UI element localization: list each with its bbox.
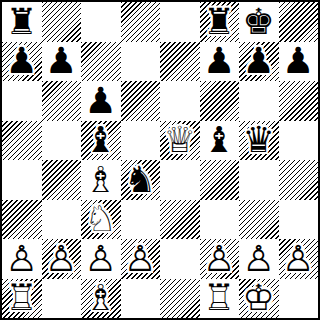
square-e5[interactable]: ♛♕ <box>160 121 200 161</box>
white-knight-piece[interactable]: ♞♘ <box>81 200 121 240</box>
square-c8[interactable] <box>81 2 121 42</box>
black-knight-glyph: ♞ <box>124 162 156 198</box>
square-b4[interactable] <box>42 160 82 200</box>
white-king-glyph: ♔ <box>243 280 275 316</box>
white-rook-glyph: ♖ <box>203 280 235 316</box>
square-e8[interactable] <box>160 2 200 42</box>
white-pawn-piece[interactable]: ♟♙ <box>42 239 82 279</box>
black-pawn-piece[interactable]: ♟ <box>200 42 240 82</box>
square-f1[interactable]: ♜♖ <box>200 279 240 319</box>
white-knight-glyph: ♘ <box>85 201 117 237</box>
black-pawn-glyph: ♟ <box>85 83 117 119</box>
white-bishop-glyph: ♗ <box>85 280 117 316</box>
square-c6[interactable]: ♟ <box>81 81 121 121</box>
square-e4[interactable] <box>160 160 200 200</box>
square-g8[interactable]: ♚ <box>239 2 279 42</box>
black-pawn-glyph: ♟ <box>203 43 235 79</box>
white-pawn-piece[interactable]: ♟♙ <box>2 239 42 279</box>
square-e6[interactable] <box>160 81 200 121</box>
square-d6[interactable] <box>121 81 161 121</box>
square-g6[interactable] <box>239 81 279 121</box>
white-pawn-piece[interactable]: ♟♙ <box>239 239 279 279</box>
square-b7[interactable]: ♟ <box>42 42 82 82</box>
square-a8[interactable]: ♜ <box>2 2 42 42</box>
black-bishop-piece[interactable]: ♝ <box>81 121 121 161</box>
square-e3[interactable] <box>160 200 200 240</box>
black-queen-glyph: ♛ <box>243 122 275 158</box>
square-b2[interactable]: ♟♙ <box>42 239 82 279</box>
square-g1[interactable]: ♚♔ <box>239 279 279 319</box>
black-king-piece[interactable]: ♚ <box>239 2 279 42</box>
black-pawn-piece[interactable]: ♟ <box>279 42 319 82</box>
square-f7[interactable]: ♟ <box>200 42 240 82</box>
square-a4[interactable] <box>2 160 42 200</box>
white-pawn-glyph: ♙ <box>124 241 156 277</box>
square-c3[interactable]: ♞♘ <box>81 200 121 240</box>
square-d5[interactable] <box>121 121 161 161</box>
white-rook-piece[interactable]: ♜♖ <box>2 279 42 319</box>
chess-board: ♜♜♚♟♟♟♟♟♟♝♛♕♝♛♝♗♞♞♘♟♙♟♙♟♙♟♙♟♙♟♙♟♙♜♖♝♗♜♖♚… <box>0 0 320 320</box>
white-bishop-glyph: ♗ <box>85 162 117 198</box>
square-b1[interactable] <box>42 279 82 319</box>
square-f4[interactable] <box>200 160 240 200</box>
white-pawn-piece[interactable]: ♟♙ <box>81 239 121 279</box>
black-bishop-piece[interactable]: ♝ <box>200 121 240 161</box>
square-d4[interactable]: ♞ <box>121 160 161 200</box>
black-knight-piece[interactable]: ♞ <box>121 160 161 200</box>
square-h5[interactable] <box>279 121 319 161</box>
square-e2[interactable] <box>160 239 200 279</box>
square-c4[interactable]: ♝♗ <box>81 160 121 200</box>
black-rook-glyph: ♜ <box>6 4 38 40</box>
square-d2[interactable]: ♟♙ <box>121 239 161 279</box>
square-b6[interactable] <box>42 81 82 121</box>
square-a3[interactable] <box>2 200 42 240</box>
square-h1[interactable] <box>279 279 319 319</box>
square-f3[interactable] <box>200 200 240 240</box>
square-g5[interactable]: ♛ <box>239 121 279 161</box>
white-rook-piece[interactable]: ♜♖ <box>200 279 240 319</box>
square-c7[interactable] <box>81 42 121 82</box>
square-h6[interactable] <box>279 81 319 121</box>
square-c2[interactable]: ♟♙ <box>81 239 121 279</box>
white-pawn-glyph: ♙ <box>6 241 38 277</box>
black-pawn-glyph: ♟ <box>45 43 77 79</box>
square-h7[interactable]: ♟ <box>279 42 319 82</box>
square-c1[interactable]: ♝♗ <box>81 279 121 319</box>
square-b5[interactable] <box>42 121 82 161</box>
black-pawn-glyph: ♟ <box>243 43 275 79</box>
black-bishop-glyph: ♝ <box>85 122 117 158</box>
black-pawn-piece[interactable]: ♟ <box>42 42 82 82</box>
square-h3[interactable] <box>279 200 319 240</box>
white-bishop-piece[interactable]: ♝♗ <box>81 160 121 200</box>
white-queen-glyph: ♕ <box>164 122 196 158</box>
black-pawn-glyph: ♟ <box>282 43 314 79</box>
white-pawn-glyph: ♙ <box>203 241 235 277</box>
white-pawn-glyph: ♙ <box>282 241 314 277</box>
white-pawn-glyph: ♙ <box>85 241 117 277</box>
square-g2[interactable]: ♟♙ <box>239 239 279 279</box>
square-h2[interactable]: ♟♙ <box>279 239 319 279</box>
black-queen-piece[interactable]: ♛ <box>239 121 279 161</box>
square-h8[interactable] <box>279 2 319 42</box>
black-pawn-piece[interactable]: ♟ <box>239 42 279 82</box>
square-d3[interactable] <box>121 200 161 240</box>
white-pawn-glyph: ♙ <box>243 241 275 277</box>
black-rook-piece[interactable]: ♜ <box>200 2 240 42</box>
square-a6[interactable] <box>2 81 42 121</box>
square-e1[interactable] <box>160 279 200 319</box>
square-c5[interactable]: ♝ <box>81 121 121 161</box>
square-a1[interactable]: ♜♖ <box>2 279 42 319</box>
square-b8[interactable] <box>42 2 82 42</box>
square-d1[interactable] <box>121 279 161 319</box>
square-h4[interactable] <box>279 160 319 200</box>
white-pawn-piece[interactable]: ♟♙ <box>121 239 161 279</box>
white-rook-glyph: ♖ <box>6 280 38 316</box>
white-pawn-piece[interactable]: ♟♙ <box>279 239 319 279</box>
white-queen-piece[interactable]: ♛♕ <box>160 121 200 161</box>
white-bishop-piece[interactable]: ♝♗ <box>81 279 121 319</box>
black-rook-glyph: ♜ <box>203 4 235 40</box>
square-f2[interactable]: ♟♙ <box>200 239 240 279</box>
square-g4[interactable] <box>239 160 279 200</box>
square-g3[interactable] <box>239 200 279 240</box>
square-d8[interactable] <box>121 2 161 42</box>
white-king-piece[interactable]: ♚♔ <box>239 279 279 319</box>
square-f6[interactable] <box>200 81 240 121</box>
white-pawn-glyph: ♙ <box>45 241 77 277</box>
black-bishop-glyph: ♝ <box>203 122 235 158</box>
square-b3[interactable] <box>42 200 82 240</box>
square-e7[interactable] <box>160 42 200 82</box>
black-pawn-piece[interactable]: ♟ <box>2 42 42 82</box>
square-a2[interactable]: ♟♙ <box>2 239 42 279</box>
white-pawn-piece[interactable]: ♟♙ <box>200 239 240 279</box>
black-rook-piece[interactable]: ♜ <box>2 2 42 42</box>
square-g7[interactable]: ♟ <box>239 42 279 82</box>
square-f8[interactable]: ♜ <box>200 2 240 42</box>
black-pawn-glyph: ♟ <box>6 43 38 79</box>
square-d7[interactable] <box>121 42 161 82</box>
square-a7[interactable]: ♟ <box>2 42 42 82</box>
black-king-glyph: ♚ <box>243 4 275 40</box>
black-pawn-piece[interactable]: ♟ <box>81 81 121 121</box>
square-a5[interactable] <box>2 121 42 161</box>
square-f5[interactable]: ♝ <box>200 121 240 161</box>
